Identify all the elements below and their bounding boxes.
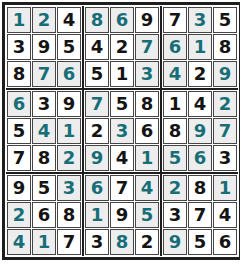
cell-r9c8[interactable]: 5	[188, 229, 212, 255]
cell-r6c7[interactable]: 5	[163, 145, 187, 171]
cell-r5c5[interactable]: 3	[110, 118, 134, 144]
cell-r2c8[interactable]: 1	[188, 34, 212, 60]
cell-r2c3[interactable]: 5	[57, 34, 81, 60]
cell-r2c2[interactable]: 9	[32, 34, 56, 60]
box-6: 142897563	[162, 90, 238, 172]
cell-r3c6[interactable]: 3	[135, 61, 159, 87]
cell-r4c7[interactable]: 1	[163, 91, 187, 117]
cell-r5c1[interactable]: 5	[7, 118, 31, 144]
cell-r1c6[interactable]: 9	[135, 7, 159, 33]
cell-r8c6[interactable]: 5	[135, 202, 159, 228]
cell-r8c3[interactable]: 8	[57, 202, 81, 228]
cell-r9c5[interactable]: 8	[110, 229, 134, 255]
cell-r5c8[interactable]: 9	[188, 118, 212, 144]
cell-r6c1[interactable]: 7	[7, 145, 31, 171]
cell-r5c3[interactable]: 1	[57, 118, 81, 144]
cell-r5c6[interactable]: 6	[135, 118, 159, 144]
cell-r7c1[interactable]: 9	[7, 175, 31, 201]
cell-r3c8[interactable]: 2	[188, 61, 212, 87]
cell-r3c1[interactable]: 8	[7, 61, 31, 87]
cell-r2c4[interactable]: 4	[85, 34, 109, 60]
cell-r1c2[interactable]: 2	[32, 7, 56, 33]
cell-r7c3[interactable]: 3	[57, 175, 81, 201]
cell-r5c4[interactable]: 2	[85, 118, 109, 144]
cell-r9c1[interactable]: 4	[7, 229, 31, 255]
cell-r8c1[interactable]: 2	[7, 202, 31, 228]
box-7: 953268417	[6, 174, 82, 256]
cell-r9c9[interactable]: 6	[213, 229, 237, 255]
cell-r4c8[interactable]: 4	[188, 91, 212, 117]
cell-r1c3[interactable]: 4	[57, 7, 81, 33]
cell-r6c4[interactable]: 9	[85, 145, 109, 171]
cell-r2c6[interactable]: 7	[135, 34, 159, 60]
cell-r9c4[interactable]: 3	[85, 229, 109, 255]
box-9: 281374956	[162, 174, 238, 256]
cell-r6c5[interactable]: 4	[110, 145, 134, 171]
cell-r1c9[interactable]: 5	[213, 7, 237, 33]
cell-r4c1[interactable]: 6	[7, 91, 31, 117]
cell-r6c6[interactable]: 1	[135, 145, 159, 171]
cell-r1c7[interactable]: 7	[163, 7, 187, 33]
cell-r6c8[interactable]: 6	[188, 145, 212, 171]
cell-r1c1[interactable]: 1	[7, 7, 31, 33]
cell-r3c5[interactable]: 1	[110, 61, 134, 87]
sudoku-board: 1243958768694275137356184296395417827582…	[2, 2, 240, 260]
cell-r4c9[interactable]: 2	[213, 91, 237, 117]
cell-r3c2[interactable]: 7	[32, 61, 56, 87]
cell-r5c9[interactable]: 7	[213, 118, 237, 144]
cell-r7c8[interactable]: 8	[188, 175, 212, 201]
box-5: 758236941	[84, 90, 160, 172]
cell-r4c3[interactable]: 9	[57, 91, 81, 117]
cell-r6c9[interactable]: 3	[213, 145, 237, 171]
sudoku-box-grid: 1243958768694275137356184296395417827582…	[6, 6, 238, 256]
cell-r3c4[interactable]: 5	[85, 61, 109, 87]
cell-r4c5[interactable]: 5	[110, 91, 134, 117]
cell-r8c2[interactable]: 6	[32, 202, 56, 228]
cell-r8c8[interactable]: 7	[188, 202, 212, 228]
cell-r6c2[interactable]: 8	[32, 145, 56, 171]
cell-r2c7[interactable]: 6	[163, 34, 187, 60]
cell-r3c9[interactable]: 9	[213, 61, 237, 87]
cell-r7c2[interactable]: 5	[32, 175, 56, 201]
cell-r8c5[interactable]: 9	[110, 202, 134, 228]
cell-r2c1[interactable]: 3	[7, 34, 31, 60]
cell-r7c7[interactable]: 2	[163, 175, 187, 201]
cell-r7c4[interactable]: 6	[85, 175, 109, 201]
cell-r9c2[interactable]: 1	[32, 229, 56, 255]
cell-r1c4[interactable]: 8	[85, 7, 109, 33]
cell-r2c5[interactable]: 2	[110, 34, 134, 60]
cell-r4c2[interactable]: 3	[32, 91, 56, 117]
box-4: 639541782	[6, 90, 82, 172]
cell-r5c7[interactable]: 8	[163, 118, 187, 144]
cell-r8c9[interactable]: 4	[213, 202, 237, 228]
cell-r9c3[interactable]: 7	[57, 229, 81, 255]
cell-r7c9[interactable]: 1	[213, 175, 237, 201]
cell-r8c7[interactable]: 3	[163, 202, 187, 228]
cell-r8c4[interactable]: 1	[85, 202, 109, 228]
cell-r2c9[interactable]: 8	[213, 34, 237, 60]
cell-r7c6[interactable]: 4	[135, 175, 159, 201]
cell-r6c3[interactable]: 2	[57, 145, 81, 171]
box-1: 124395876	[6, 6, 82, 88]
cell-r1c5[interactable]: 6	[110, 7, 134, 33]
cell-r1c8[interactable]: 3	[188, 7, 212, 33]
cell-r9c6[interactable]: 2	[135, 229, 159, 255]
cell-r4c6[interactable]: 8	[135, 91, 159, 117]
box-2: 869427513	[84, 6, 160, 88]
cell-r3c7[interactable]: 4	[163, 61, 187, 87]
cell-r9c7[interactable]: 9	[163, 229, 187, 255]
cell-r5c2[interactable]: 4	[32, 118, 56, 144]
box-3: 735618429	[162, 6, 238, 88]
cell-r4c4[interactable]: 7	[85, 91, 109, 117]
cell-r7c5[interactable]: 7	[110, 175, 134, 201]
box-8: 674195382	[84, 174, 160, 256]
cell-r3c3[interactable]: 6	[57, 61, 81, 87]
